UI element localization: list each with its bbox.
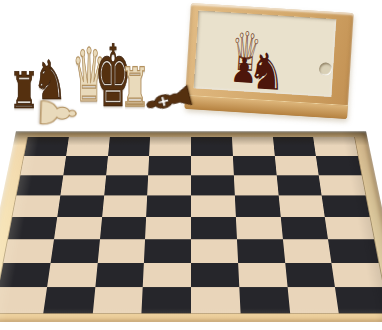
- board-square: [237, 239, 285, 262]
- board-square: [147, 175, 191, 195]
- board-square: [282, 239, 331, 262]
- board-square: [313, 137, 357, 156]
- board-square: [276, 175, 322, 195]
- board-square: [285, 263, 335, 288]
- board-square: [191, 156, 234, 175]
- board-square: [8, 217, 57, 239]
- board-square: [278, 196, 325, 217]
- board-grid: [0, 137, 382, 313]
- board-square: [149, 137, 191, 156]
- board-square: [47, 263, 97, 288]
- board-square: [144, 239, 191, 262]
- board-square: [43, 287, 95, 313]
- storage-box: ♕ ♟ ♞: [184, 3, 353, 119]
- board-square: [191, 217, 237, 239]
- board-square: [191, 239, 238, 262]
- board-square: [287, 287, 339, 313]
- board-square: [191, 263, 239, 288]
- board-square: [274, 156, 319, 175]
- board-square: [316, 156, 361, 175]
- board-square: [145, 217, 191, 239]
- board-square: [66, 137, 109, 156]
- board-square: [238, 263, 287, 288]
- lid-finger-hole: [319, 62, 333, 76]
- board-square: [236, 217, 283, 239]
- board-square: [97, 239, 145, 262]
- product-photo: ♜ ♞ ♟ ♛ ♚ ♜ ♝ ♕ ♟ ♞: [0, 0, 382, 330]
- chessboard: [0, 131, 382, 322]
- board-square: [148, 156, 191, 175]
- board-square: [63, 156, 108, 175]
- board-square: [232, 137, 275, 156]
- board-square: [102, 196, 148, 217]
- box-lid-panel: ♕ ♟ ♞: [194, 10, 337, 97]
- board-square: [233, 156, 277, 175]
- board-square: [104, 175, 149, 195]
- board-square: [191, 137, 233, 156]
- board-square: [20, 156, 65, 175]
- board-square: [60, 175, 106, 195]
- board-square: [335, 287, 382, 313]
- board-square: [234, 175, 279, 195]
- board-square: [328, 239, 378, 262]
- board-square: [239, 287, 290, 313]
- board-square: [57, 196, 104, 217]
- board-square: [106, 156, 150, 175]
- lid-solid-knight-icon: ♞: [246, 46, 287, 98]
- board-square: [95, 263, 144, 288]
- board-square: [12, 196, 60, 217]
- board-square: [100, 217, 147, 239]
- board-square: [108, 137, 151, 156]
- board-square: [50, 239, 99, 262]
- board-square: [54, 217, 102, 239]
- board-square: [322, 196, 370, 217]
- board-square: [142, 287, 191, 313]
- board-square: [143, 263, 191, 288]
- board-square: [332, 263, 382, 288]
- board-square: [24, 137, 68, 156]
- board-square: [235, 196, 281, 217]
- board-square: [191, 175, 235, 195]
- board-square: [191, 196, 236, 217]
- board-square: [0, 287, 47, 313]
- board-square: [146, 196, 191, 217]
- board-square: [280, 217, 328, 239]
- board-square: [17, 175, 64, 195]
- board-square: [191, 287, 240, 313]
- board-square: [319, 175, 366, 195]
- board-square: [325, 217, 374, 239]
- board-square: [92, 287, 143, 313]
- board-square: [0, 263, 50, 288]
- board-square: [3, 239, 53, 262]
- board-square: [273, 137, 316, 156]
